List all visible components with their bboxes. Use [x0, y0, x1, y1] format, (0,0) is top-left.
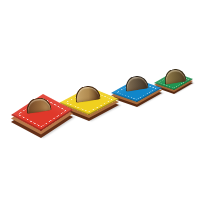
product-photo [0, 0, 200, 200]
